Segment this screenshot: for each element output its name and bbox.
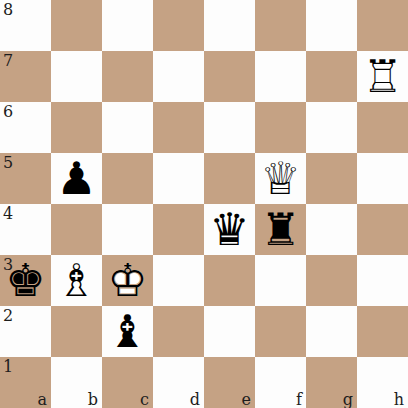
black-bishop-glyph: ♝ xyxy=(107,309,147,354)
chess-board: 87♜♖65♟♛♕4♛♜3♚♝♗♚♔2♝1abcdefgh xyxy=(0,0,408,408)
square-e6[interactable] xyxy=(204,102,255,153)
square-e7[interactable] xyxy=(204,51,255,102)
square-d1[interactable]: d xyxy=(153,357,204,408)
white-queen[interactable]: ♛♕ xyxy=(255,153,306,204)
square-b5[interactable]: ♟ xyxy=(51,153,102,204)
square-b4[interactable] xyxy=(51,204,102,255)
square-f3[interactable] xyxy=(255,255,306,306)
rank-label-4: 4 xyxy=(3,204,13,223)
square-a7[interactable]: 7 xyxy=(0,51,51,102)
square-f5[interactable]: ♛♕ xyxy=(255,153,306,204)
square-e5[interactable] xyxy=(204,153,255,204)
square-a1[interactable]: 1a xyxy=(0,357,51,408)
square-f4[interactable]: ♜ xyxy=(255,204,306,255)
square-b2[interactable] xyxy=(51,306,102,357)
file-label-f: f xyxy=(296,390,302,408)
square-c3[interactable]: ♚♔ xyxy=(102,255,153,306)
square-a8[interactable]: 8 xyxy=(0,0,51,51)
white-bishop[interactable]: ♝♗ xyxy=(51,255,102,306)
square-d8[interactable] xyxy=(153,0,204,51)
square-h4[interactable] xyxy=(357,204,408,255)
square-f2[interactable] xyxy=(255,306,306,357)
square-h2[interactable] xyxy=(357,306,408,357)
square-c5[interactable] xyxy=(102,153,153,204)
file-label-d: d xyxy=(190,390,200,408)
file-label-c: c xyxy=(140,390,149,408)
square-h3[interactable] xyxy=(357,255,408,306)
square-f6[interactable] xyxy=(255,102,306,153)
square-f8[interactable] xyxy=(255,0,306,51)
rank-label-7: 7 xyxy=(3,51,13,70)
white-rook-glyph: ♖ xyxy=(362,54,402,99)
square-g4[interactable] xyxy=(306,204,357,255)
square-a3[interactable]: 3♚ xyxy=(0,255,51,306)
square-h6[interactable] xyxy=(357,102,408,153)
square-g5[interactable] xyxy=(306,153,357,204)
square-h8[interactable] xyxy=(357,0,408,51)
square-c7[interactable] xyxy=(102,51,153,102)
square-d6[interactable] xyxy=(153,102,204,153)
square-b3[interactable]: ♝♗ xyxy=(51,255,102,306)
square-c4[interactable] xyxy=(102,204,153,255)
square-c8[interactable] xyxy=(102,0,153,51)
square-a6[interactable]: 6 xyxy=(0,102,51,153)
square-e1[interactable]: e xyxy=(204,357,255,408)
square-d2[interactable] xyxy=(153,306,204,357)
square-b8[interactable] xyxy=(51,0,102,51)
rank-label-1: 1 xyxy=(3,357,13,376)
file-label-b: b xyxy=(88,390,98,408)
file-label-a: a xyxy=(37,390,47,408)
black-king-glyph: ♚ xyxy=(5,258,45,303)
square-f7[interactable] xyxy=(255,51,306,102)
white-bishop-glyph: ♗ xyxy=(56,258,96,303)
black-queen[interactable]: ♛ xyxy=(204,204,255,255)
black-king[interactable]: ♚ xyxy=(0,255,51,306)
square-e2[interactable] xyxy=(204,306,255,357)
square-a4[interactable]: 4 xyxy=(0,204,51,255)
square-d3[interactable] xyxy=(153,255,204,306)
square-e3[interactable] xyxy=(204,255,255,306)
square-h1[interactable]: h xyxy=(357,357,408,408)
black-queen-glyph: ♛ xyxy=(209,207,249,252)
square-d4[interactable] xyxy=(153,204,204,255)
black-pawn[interactable]: ♟ xyxy=(51,153,102,204)
rank-label-2: 2 xyxy=(3,306,13,325)
square-d5[interactable] xyxy=(153,153,204,204)
square-e4[interactable]: ♛ xyxy=(204,204,255,255)
file-label-h: h xyxy=(394,390,404,408)
square-c1[interactable]: c xyxy=(102,357,153,408)
square-h5[interactable] xyxy=(357,153,408,204)
square-d7[interactable] xyxy=(153,51,204,102)
black-pawn-glyph: ♟ xyxy=(56,156,96,201)
square-g1[interactable]: g xyxy=(306,357,357,408)
black-bishop[interactable]: ♝ xyxy=(102,306,153,357)
square-f1[interactable]: f xyxy=(255,357,306,408)
square-h7[interactable]: ♜♖ xyxy=(357,51,408,102)
square-g7[interactable] xyxy=(306,51,357,102)
square-a5[interactable]: 5 xyxy=(0,153,51,204)
square-b1[interactable]: b xyxy=(51,357,102,408)
square-e8[interactable] xyxy=(204,0,255,51)
square-b7[interactable] xyxy=(51,51,102,102)
white-queen-glyph: ♕ xyxy=(260,156,300,201)
square-b6[interactable] xyxy=(51,102,102,153)
rank-label-6: 6 xyxy=(3,102,13,121)
white-rook[interactable]: ♜♖ xyxy=(357,51,408,102)
square-g6[interactable] xyxy=(306,102,357,153)
file-label-e: e xyxy=(242,390,251,408)
black-rook[interactable]: ♜ xyxy=(255,204,306,255)
file-label-g: g xyxy=(343,390,353,408)
square-g8[interactable] xyxy=(306,0,357,51)
white-king[interactable]: ♚♔ xyxy=(102,255,153,306)
rank-label-8: 8 xyxy=(3,0,13,19)
white-king-glyph: ♔ xyxy=(107,258,147,303)
square-g2[interactable] xyxy=(306,306,357,357)
black-rook-glyph: ♜ xyxy=(260,207,300,252)
square-c6[interactable] xyxy=(102,102,153,153)
square-c2[interactable]: ♝ xyxy=(102,306,153,357)
square-g3[interactable] xyxy=(306,255,357,306)
rank-label-5: 5 xyxy=(3,153,13,172)
square-a2[interactable]: 2 xyxy=(0,306,51,357)
